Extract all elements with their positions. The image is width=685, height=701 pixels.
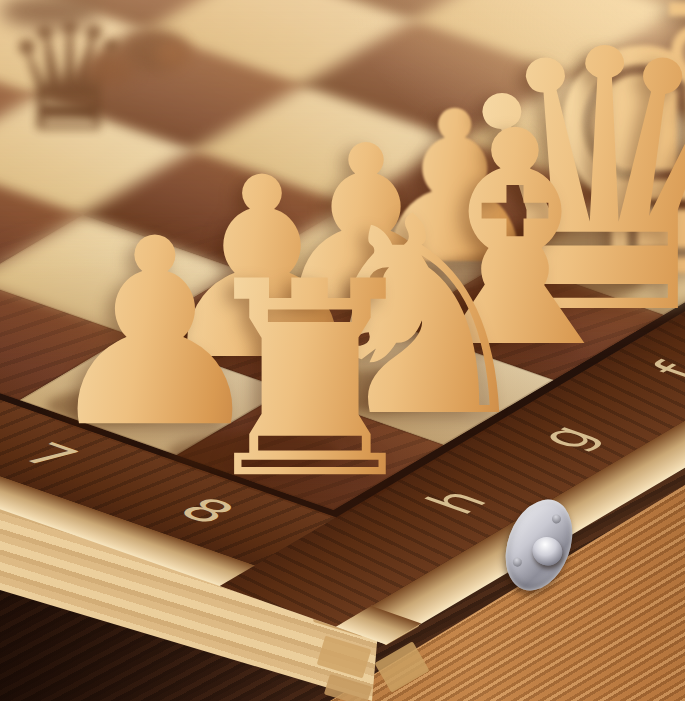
distant-piece-blur — [156, 40, 190, 66]
pieces-layer: ♛♚♟♛♟♝♟♞♟♜ — [0, 0, 685, 701]
piece-white-rook-h8: ♜ — [189, 247, 430, 516]
chess-set-photo: hgf87 hgf87 ♛♚♟♛♟♝♟♞♟♜ — [0, 0, 685, 701]
distant-piece-blur — [86, 50, 134, 86]
